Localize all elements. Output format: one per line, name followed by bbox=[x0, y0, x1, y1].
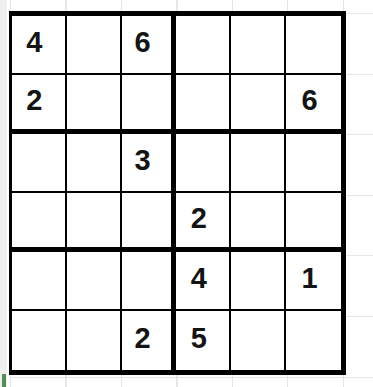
given-digit: 6 bbox=[302, 86, 318, 115]
given-digit: 2 bbox=[135, 324, 151, 353]
left-margin-strip bbox=[0, 0, 7, 387]
cell-r1c2[interactable] bbox=[67, 16, 122, 75]
given-digit: 2 bbox=[26, 86, 42, 115]
cell-r4c1[interactable] bbox=[12, 193, 67, 252]
cell-r6c6[interactable] bbox=[286, 311, 341, 370]
given-digit: 3 bbox=[135, 146, 151, 175]
cell-r4c4[interactable]: 2 bbox=[176, 193, 231, 252]
cell-r4c5[interactable] bbox=[231, 193, 286, 252]
cell-r5c3[interactable] bbox=[122, 252, 177, 311]
cell-r4c3[interactable] bbox=[122, 193, 177, 252]
cell-r6c3[interactable]: 2 bbox=[122, 311, 177, 370]
given-digit: 6 bbox=[135, 28, 151, 57]
cell-r4c6[interactable] bbox=[286, 193, 341, 252]
sheet-accent-bar bbox=[2, 374, 6, 387]
given-digit: 4 bbox=[26, 28, 42, 57]
cell-r5c5[interactable] bbox=[231, 252, 286, 311]
cell-r5c6[interactable]: 1 bbox=[286, 252, 341, 311]
cell-r5c1[interactable] bbox=[12, 252, 67, 311]
cell-r6c2[interactable] bbox=[67, 311, 122, 370]
cell-r4c2[interactable] bbox=[67, 193, 122, 252]
given-digit: 5 bbox=[191, 324, 207, 353]
cell-r6c4[interactable]: 5 bbox=[176, 311, 231, 370]
cell-r1c1[interactable]: 4 bbox=[12, 16, 67, 75]
cell-r2c6[interactable]: 6 bbox=[286, 75, 341, 134]
cell-r3c1[interactable] bbox=[12, 134, 67, 193]
cell-r2c2[interactable] bbox=[67, 75, 122, 134]
cell-r5c4[interactable]: 4 bbox=[176, 252, 231, 311]
cell-r2c5[interactable] bbox=[231, 75, 286, 134]
cell-r3c5[interactable] bbox=[231, 134, 286, 193]
cell-r3c6[interactable] bbox=[286, 134, 341, 193]
cell-r2c3[interactable] bbox=[122, 75, 177, 134]
cell-r1c4[interactable] bbox=[176, 16, 231, 75]
cell-r3c4[interactable] bbox=[176, 134, 231, 193]
cell-r2c4[interactable] bbox=[176, 75, 231, 134]
sudoku-board: 4626324125 bbox=[9, 11, 346, 375]
cell-r1c3[interactable]: 6 bbox=[122, 16, 177, 75]
given-digit: 2 bbox=[191, 204, 207, 233]
cell-r6c5[interactable] bbox=[231, 311, 286, 370]
cell-r6c1[interactable] bbox=[12, 311, 67, 370]
given-digit: 4 bbox=[191, 264, 207, 293]
cell-r1c5[interactable] bbox=[231, 16, 286, 75]
given-digit: 1 bbox=[302, 264, 318, 293]
cell-r5c2[interactable] bbox=[67, 252, 122, 311]
cell-r2c1[interactable]: 2 bbox=[12, 75, 67, 134]
cell-r3c2[interactable] bbox=[67, 134, 122, 193]
cell-r1c6[interactable] bbox=[286, 16, 341, 75]
cell-r3c3[interactable]: 3 bbox=[122, 134, 177, 193]
